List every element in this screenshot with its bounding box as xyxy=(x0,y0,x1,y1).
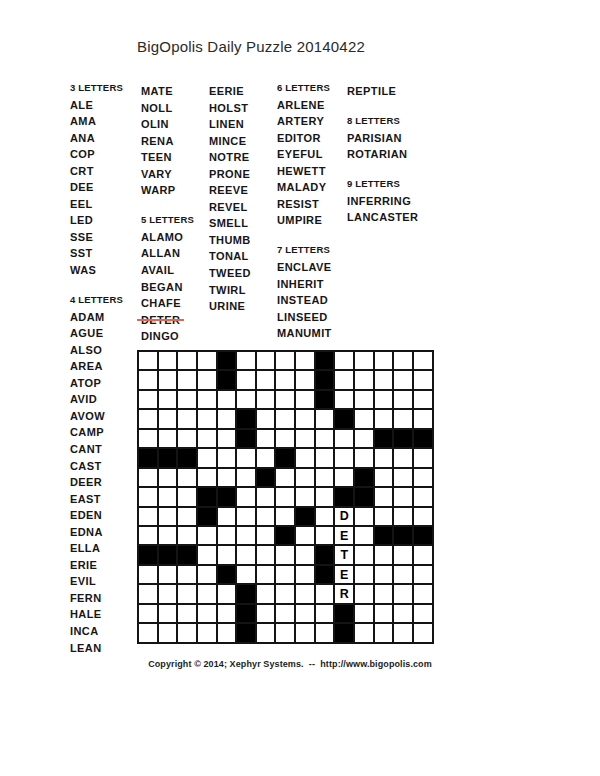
grid-cell[interactable] xyxy=(394,449,412,466)
word-item[interactable]: HEWETT xyxy=(277,163,332,180)
word-item[interactable]: DEER xyxy=(70,474,123,491)
puzzle-page: BigOpolis Daily Puzzle 20140422 3 LETTER… xyxy=(0,0,600,776)
grid-cell[interactable] xyxy=(414,352,432,369)
word-item[interactable]: THUMB xyxy=(209,232,251,249)
grid-cell[interactable] xyxy=(375,488,393,505)
grid-cell[interactable] xyxy=(316,469,334,486)
word-item[interactable]: INCA xyxy=(70,623,123,640)
grid-cell[interactable] xyxy=(139,410,157,427)
grid-cell[interactable] xyxy=(355,546,373,563)
word-item[interactable]: URINE xyxy=(209,298,251,315)
grid-cell-black xyxy=(316,352,334,369)
grid-cell[interactable] xyxy=(257,585,275,602)
grid-cell[interactable] xyxy=(276,488,294,505)
grid-cell[interactable] xyxy=(296,527,314,544)
word-item[interactable]: PRONE xyxy=(209,166,251,183)
grid-cell[interactable] xyxy=(375,449,393,466)
grid-cell[interactable] xyxy=(296,546,314,563)
grid-cell-black xyxy=(237,624,255,641)
grid-cell[interactable] xyxy=(178,488,196,505)
grid-cell[interactable] xyxy=(276,605,294,622)
grid-cell[interactable] xyxy=(394,371,412,388)
grid-cell[interactable] xyxy=(218,546,236,563)
word-item[interactable]: AVAIL xyxy=(141,262,194,279)
grid-cell[interactable] xyxy=(316,449,334,466)
grid-cell[interactable] xyxy=(335,391,353,408)
word-item[interactable]: DINGO xyxy=(141,328,194,345)
word-item[interactable]: EAST xyxy=(70,491,123,508)
grid-cell[interactable] xyxy=(237,488,255,505)
grid-cell[interactable] xyxy=(296,469,314,486)
word-item[interactable]: WARP xyxy=(141,182,194,199)
grid-cell[interactable] xyxy=(159,624,177,641)
word-item[interactable]: CHAFE xyxy=(141,295,194,312)
grid-cell[interactable] xyxy=(237,449,255,466)
word-item[interactable]: ALAMO xyxy=(141,229,194,246)
grid-cell[interactable] xyxy=(394,469,412,486)
grid-cell[interactable] xyxy=(335,469,353,486)
word-item[interactable]: UMPIRE xyxy=(277,212,332,229)
word-length-header: 5 LETTERS xyxy=(141,212,194,229)
word-item[interactable]: VARY xyxy=(141,166,194,183)
grid-cell[interactable] xyxy=(316,624,334,641)
grid-cell[interactable] xyxy=(316,585,334,602)
grid-cell[interactable]: E xyxy=(335,566,353,583)
word-item[interactable]: ARLENE xyxy=(277,97,332,114)
grid-cell[interactable] xyxy=(375,391,393,408)
grid-cell[interactable] xyxy=(257,371,275,388)
grid-cell[interactable] xyxy=(394,410,412,427)
grid-cell[interactable] xyxy=(335,352,353,369)
grid-cell[interactable] xyxy=(218,585,236,602)
grid-cell[interactable] xyxy=(316,410,334,427)
word-item[interactable]: ADAM xyxy=(70,309,123,326)
word-item[interactable]: AVOW xyxy=(70,408,123,425)
word-item[interactable]: TEEN xyxy=(141,149,194,166)
grid-cell[interactable] xyxy=(257,391,275,408)
grid-cell[interactable] xyxy=(159,527,177,544)
grid-cell[interactable] xyxy=(394,391,412,408)
word-item[interactable]: SST xyxy=(70,245,123,262)
grid-cell[interactable] xyxy=(139,469,157,486)
grid-cell-black xyxy=(237,585,255,602)
grid-cell[interactable] xyxy=(159,410,177,427)
grid-cell-black xyxy=(257,469,275,486)
grid-cell-black xyxy=(335,624,353,641)
grid-cell[interactable] xyxy=(276,391,294,408)
word-list-column-2: MATENOLLOLINRENATEENVARYWARP5 LETTERSALA… xyxy=(141,83,194,345)
word-item[interactable]: ROTARIAN xyxy=(347,146,418,163)
grid-cell[interactable] xyxy=(198,352,216,369)
word-item[interactable]: AREA xyxy=(70,358,123,375)
grid-cell[interactable] xyxy=(394,546,412,563)
grid-cell[interactable] xyxy=(355,430,373,447)
grid-cell[interactable] xyxy=(276,585,294,602)
grid-cell[interactable] xyxy=(296,605,314,622)
grid-cell[interactable]: D xyxy=(335,508,353,525)
word-item[interactable]: MALADY xyxy=(277,179,332,196)
grid-cell[interactable] xyxy=(257,430,275,447)
grid-cell[interactable] xyxy=(159,469,177,486)
grid-cell-black xyxy=(198,508,216,525)
grid-cell[interactable] xyxy=(355,585,373,602)
grid-cell[interactable] xyxy=(276,430,294,447)
grid-cell[interactable] xyxy=(316,605,334,622)
list-gap xyxy=(277,229,332,243)
grid-cell[interactable] xyxy=(257,488,275,505)
grid-cell[interactable] xyxy=(218,410,236,427)
grid-cell[interactable] xyxy=(276,546,294,563)
grid-cell[interactable]: R xyxy=(335,585,353,602)
grid-cell-black xyxy=(276,527,294,544)
grid-cell[interactable] xyxy=(198,469,216,486)
word-length-header: 8 LETTERS xyxy=(347,113,418,130)
word-item[interactable]: NOTRE xyxy=(209,149,251,166)
word-item[interactable]: DEE xyxy=(70,179,123,196)
grid-cell-black xyxy=(218,352,236,369)
grid-cell[interactable] xyxy=(139,352,157,369)
page-title: BigOpolis Daily Puzzle 20140422 xyxy=(0,38,502,55)
word-item[interactable]: EEL xyxy=(70,196,123,213)
grid-cell[interactable] xyxy=(139,527,157,544)
grid-cell[interactable] xyxy=(414,624,432,641)
word-item[interactable]: RESIST xyxy=(277,196,332,213)
grid-cell[interactable] xyxy=(394,605,412,622)
word-length-header: 4 LETTERS xyxy=(70,292,123,309)
grid-cell[interactable] xyxy=(375,546,393,563)
grid-cell[interactable] xyxy=(178,605,196,622)
grid-cell[interactable] xyxy=(414,391,432,408)
grid-cell[interactable] xyxy=(335,449,353,466)
grid-cell-black xyxy=(335,605,353,622)
word-item[interactable]: CAST xyxy=(70,458,123,475)
word-item[interactable]: DETER xyxy=(141,312,194,329)
grid-cell-black xyxy=(237,410,255,427)
word-item[interactable]: WAS xyxy=(70,262,123,279)
grid-cell[interactable] xyxy=(296,352,314,369)
grid-cell[interactable] xyxy=(296,566,314,583)
grid-cell[interactable] xyxy=(257,566,275,583)
grid-cell[interactable] xyxy=(159,430,177,447)
word-item[interactable]: RENA xyxy=(141,133,194,150)
grid-cell-black xyxy=(198,488,216,505)
grid-cell[interactable] xyxy=(198,605,216,622)
word-item[interactable]: NOLL xyxy=(141,100,194,117)
grid-cell[interactable] xyxy=(276,508,294,525)
grid-cell[interactable] xyxy=(139,430,157,447)
grid-cell-black xyxy=(355,488,373,505)
word-item[interactable]: ENCLAVE xyxy=(277,259,332,276)
grid-cell[interactable] xyxy=(159,391,177,408)
puzzle-grid: DETER xyxy=(137,350,434,644)
grid-cell[interactable] xyxy=(375,469,393,486)
grid-cell[interactable] xyxy=(414,449,432,466)
grid-cell[interactable] xyxy=(394,585,412,602)
grid-cell[interactable] xyxy=(414,605,432,622)
word-item[interactable]: LINEN xyxy=(209,116,251,133)
grid-cell[interactable] xyxy=(335,371,353,388)
word-item[interactable]: MINCE xyxy=(209,133,251,150)
grid-cell[interactable] xyxy=(257,352,275,369)
grid-cell[interactable] xyxy=(237,352,255,369)
word-item[interactable]: REEVE xyxy=(209,182,251,199)
word-list-column-4: 6 LETTERSARLENEARTERYEDITOREYEFULHEWETTM… xyxy=(277,80,332,342)
grid-cell[interactable] xyxy=(375,508,393,525)
grid-cell[interactable] xyxy=(394,508,412,525)
grid-cell[interactable] xyxy=(375,352,393,369)
word-item[interactable]: INFERRING xyxy=(347,193,418,210)
word-item[interactable]: FERN xyxy=(70,590,123,607)
word-item[interactable]: REPTILE xyxy=(347,83,418,100)
grid-cell-black xyxy=(316,566,334,583)
grid-cell[interactable] xyxy=(276,624,294,641)
word-item[interactable]: ARTERY xyxy=(277,113,332,130)
grid-cell[interactable] xyxy=(178,469,196,486)
word-item[interactable]: LANCASTER xyxy=(347,209,418,226)
grid-cell[interactable] xyxy=(414,508,432,525)
word-item[interactable]: TONAL xyxy=(209,248,251,265)
grid-cell[interactable] xyxy=(218,605,236,622)
word-item[interactable]: AMA xyxy=(70,113,123,130)
grid-cell[interactable] xyxy=(139,605,157,622)
grid-cell[interactable]: E xyxy=(335,527,353,544)
grid-cell[interactable] xyxy=(257,508,275,525)
grid-cell[interactable] xyxy=(335,430,353,447)
grid-cell[interactable] xyxy=(237,391,255,408)
word-item[interactable]: TWIRL xyxy=(209,282,251,299)
grid-cell[interactable] xyxy=(198,566,216,583)
grid-cell[interactable] xyxy=(394,566,412,583)
grid-cell[interactable] xyxy=(159,566,177,583)
grid-cell[interactable] xyxy=(375,605,393,622)
word-item[interactable]: CANT xyxy=(70,441,123,458)
grid-cell[interactable] xyxy=(355,566,373,583)
word-item[interactable]: CAMP xyxy=(70,424,123,441)
grid-cell[interactable] xyxy=(237,371,255,388)
grid-cell[interactable] xyxy=(276,371,294,388)
grid-cell[interactable] xyxy=(218,449,236,466)
grid-cell[interactable] xyxy=(198,410,216,427)
grid-cell[interactable] xyxy=(355,605,373,622)
word-item[interactable]: EDEN xyxy=(70,507,123,524)
grid-cell[interactable] xyxy=(296,449,314,466)
grid-cell-black xyxy=(335,488,353,505)
word-item[interactable]: AVID xyxy=(70,391,123,408)
grid-cell[interactable] xyxy=(139,508,157,525)
grid-cell[interactable] xyxy=(218,391,236,408)
grid-cell[interactable] xyxy=(237,508,255,525)
list-gap xyxy=(347,100,418,114)
word-item[interactable]: ALSO xyxy=(70,342,123,359)
list-gap xyxy=(70,279,123,293)
grid-cell[interactable] xyxy=(178,566,196,583)
word-item[interactable]: EYEFUL xyxy=(277,146,332,163)
word-list-column-5: REPTILE8 LETTERSPARISIANROTARIAN9 LETTER… xyxy=(347,83,418,226)
grid-cell[interactable] xyxy=(414,566,432,583)
grid-cell[interactable] xyxy=(218,430,236,447)
grid-cell[interactable] xyxy=(355,371,373,388)
word-item[interactable]: EDNA xyxy=(70,524,123,541)
grid-cell[interactable] xyxy=(414,585,432,602)
grid-cell[interactable] xyxy=(139,488,157,505)
word-item[interactable]: REVEL xyxy=(209,199,251,216)
grid-cell-black xyxy=(316,391,334,408)
word-item[interactable]: ALE xyxy=(70,97,123,114)
grid-cell[interactable] xyxy=(237,546,255,563)
grid-cell[interactable] xyxy=(178,371,196,388)
grid-cell[interactable] xyxy=(198,527,216,544)
grid-cell[interactable] xyxy=(178,410,196,427)
grid-cell[interactable] xyxy=(237,566,255,583)
grid-cell[interactable] xyxy=(394,352,412,369)
word-item[interactable]: BEGAN xyxy=(141,279,194,296)
grid-cell-black xyxy=(159,449,177,466)
grid-cell-black xyxy=(237,605,255,622)
word-item[interactable]: SSE xyxy=(70,229,123,246)
grid-cell[interactable] xyxy=(257,527,275,544)
grid-cell[interactable] xyxy=(316,488,334,505)
grid-cell[interactable] xyxy=(198,449,216,466)
grid-cell[interactable] xyxy=(139,371,157,388)
grid-cell[interactable] xyxy=(355,391,373,408)
grid-cell[interactable] xyxy=(159,488,177,505)
grid-cell[interactable] xyxy=(296,371,314,388)
grid-cell[interactable] xyxy=(178,508,196,525)
word-item[interactable]: MANUMIT xyxy=(277,325,332,342)
word-item[interactable]: LEAN xyxy=(70,640,123,657)
word-item[interactable]: INSTEAD xyxy=(277,292,332,309)
grid-cell[interactable] xyxy=(355,449,373,466)
grid-cell[interactable] xyxy=(276,566,294,583)
word-item[interactable]: SMELL xyxy=(209,215,251,232)
word-item[interactable]: LINSEED xyxy=(277,309,332,326)
grid-cell[interactable] xyxy=(198,546,216,563)
grid-cell[interactable] xyxy=(218,469,236,486)
grid-cell[interactable] xyxy=(139,391,157,408)
grid-cell[interactable] xyxy=(375,624,393,641)
grid-cell[interactable] xyxy=(394,624,412,641)
grid-cell[interactable] xyxy=(139,624,157,641)
grid-cell[interactable] xyxy=(296,410,314,427)
grid-cell[interactable] xyxy=(178,430,196,447)
grid-cell[interactable] xyxy=(159,585,177,602)
grid-cell[interactable] xyxy=(257,410,275,427)
grid-cell[interactable] xyxy=(375,566,393,583)
grid-cell[interactable] xyxy=(296,391,314,408)
grid-cell[interactable] xyxy=(414,546,432,563)
grid-cell[interactable] xyxy=(178,585,196,602)
word-item[interactable]: ELLA xyxy=(70,540,123,557)
word-list-column-3: EERIEHOLSTLINENMINCENOTREPRONEREEVEREVEL… xyxy=(209,83,251,315)
grid-cell[interactable] xyxy=(237,469,255,486)
grid-cell[interactable] xyxy=(414,371,432,388)
grid-cell[interactable] xyxy=(159,371,177,388)
grid-cell[interactable] xyxy=(355,410,373,427)
grid-cell[interactable] xyxy=(355,508,373,525)
grid-cell[interactable] xyxy=(139,585,157,602)
grid-cell[interactable] xyxy=(375,585,393,602)
grid-cell[interactable] xyxy=(198,430,216,447)
grid-cell[interactable] xyxy=(257,624,275,641)
grid-cell[interactable] xyxy=(375,371,393,388)
grid-cell[interactable] xyxy=(178,527,196,544)
word-item[interactable]: EVIL xyxy=(70,573,123,590)
grid-cell-black xyxy=(178,546,196,563)
grid-cell[interactable] xyxy=(276,469,294,486)
grid-cell[interactable] xyxy=(355,527,373,544)
grid-cell[interactable] xyxy=(198,624,216,641)
grid-cell[interactable] xyxy=(414,488,432,505)
word-item[interactable]: AGUE xyxy=(70,325,123,342)
word-item[interactable]: ALLAN xyxy=(141,245,194,262)
word-item[interactable]: PARISIAN xyxy=(347,130,418,147)
word-item[interactable]: INHERIT xyxy=(277,276,332,293)
grid-cell[interactable] xyxy=(316,508,334,525)
grid-cell[interactable] xyxy=(257,605,275,622)
grid-cell[interactable] xyxy=(178,624,196,641)
grid-cell[interactable] xyxy=(218,508,236,525)
grid-cell[interactable] xyxy=(218,527,236,544)
word-item[interactable]: ANA xyxy=(70,130,123,147)
grid-cell[interactable] xyxy=(375,410,393,427)
word-item[interactable]: MATE xyxy=(141,83,194,100)
grid-cell[interactable] xyxy=(198,585,216,602)
list-gap xyxy=(347,163,418,177)
word-item[interactable]: EDITOR xyxy=(277,130,332,147)
word-item[interactable]: LED xyxy=(70,212,123,229)
grid-cell[interactable] xyxy=(296,624,314,641)
word-item[interactable]: ATOP xyxy=(70,375,123,392)
grid-cell[interactable] xyxy=(414,410,432,427)
grid-cell[interactable] xyxy=(394,488,412,505)
grid-cell[interactable] xyxy=(237,527,255,544)
grid-cell[interactable] xyxy=(218,624,236,641)
grid-cell[interactable] xyxy=(276,352,294,369)
grid-cell[interactable] xyxy=(296,585,314,602)
word-item[interactable]: TWEED xyxy=(209,265,251,282)
grid-cell[interactable] xyxy=(178,352,196,369)
word-item[interactable]: CRT xyxy=(70,163,123,180)
word-item[interactable]: HALE xyxy=(70,606,123,623)
grid-cell[interactable] xyxy=(257,546,275,563)
grid-cell-black xyxy=(139,449,157,466)
grid-cell[interactable] xyxy=(139,566,157,583)
grid-cell[interactable] xyxy=(414,469,432,486)
grid-cell[interactable] xyxy=(355,624,373,641)
grid-cell[interactable] xyxy=(316,430,334,447)
grid-cell[interactable] xyxy=(198,391,216,408)
grid-cell[interactable] xyxy=(276,410,294,427)
grid-cell[interactable] xyxy=(198,371,216,388)
grid-cell[interactable] xyxy=(159,508,177,525)
word-item[interactable]: ERIE xyxy=(70,557,123,574)
grid-cell-black xyxy=(316,546,334,563)
grid-cell[interactable] xyxy=(159,352,177,369)
grid-cell[interactable]: T xyxy=(335,546,353,563)
grid-cell-black xyxy=(414,527,432,544)
grid-cell[interactable] xyxy=(159,605,177,622)
grid-cell[interactable] xyxy=(296,488,314,505)
grid-cell[interactable] xyxy=(178,391,196,408)
word-item[interactable]: OLIN xyxy=(141,116,194,133)
grid-cell[interactable] xyxy=(257,449,275,466)
word-item[interactable]: EERIE xyxy=(209,83,251,100)
word-item[interactable]: COP xyxy=(70,146,123,163)
grid-cell[interactable] xyxy=(296,430,314,447)
grid-cell[interactable] xyxy=(355,352,373,369)
word-item[interactable]: HOLST xyxy=(209,100,251,117)
grid-cell[interactable] xyxy=(316,527,334,544)
